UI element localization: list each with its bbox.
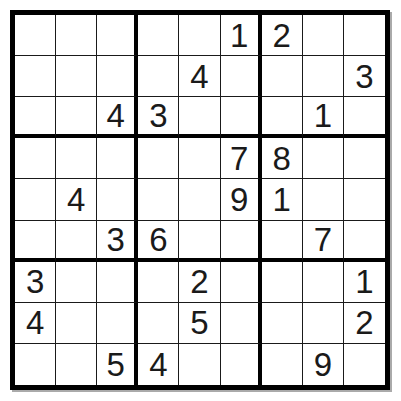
cell-r3c7[interactable]	[262, 97, 303, 138]
cell-r5c8[interactable]	[303, 179, 344, 220]
cell-r6c7[interactable]	[262, 221, 303, 262]
cell-r3c8[interactable]: 1	[303, 97, 344, 138]
cell-r6c5[interactable]	[179, 221, 220, 262]
cell-r9c5[interactable]	[179, 344, 220, 385]
given-digit: 1	[230, 19, 248, 52]
given-digit: 9	[230, 183, 248, 216]
cell-r7c1[interactable]: 3	[15, 262, 56, 303]
cell-r5c2[interactable]: 4	[56, 179, 97, 220]
given-digit: 8	[273, 142, 291, 175]
cell-r7c5[interactable]: 2	[179, 262, 220, 303]
cell-r8c9[interactable]: 2	[344, 303, 385, 344]
cell-r1c4[interactable]	[138, 15, 179, 56]
given-digit: 5	[190, 306, 208, 339]
given-digit: 1	[355, 265, 373, 298]
cell-r2c6[interactable]	[221, 56, 262, 97]
cell-r6c6[interactable]	[221, 221, 262, 262]
cell-r9c4[interactable]: 4	[138, 344, 179, 385]
cell-r9c3[interactable]: 5	[97, 344, 138, 385]
cell-r2c8[interactable]	[303, 56, 344, 97]
given-digit: 6	[149, 223, 167, 256]
cell-r8c4[interactable]	[138, 303, 179, 344]
cell-r3c6[interactable]	[221, 97, 262, 138]
cell-r2c2[interactable]	[56, 56, 97, 97]
cell-r7c2[interactable]	[56, 262, 97, 303]
cell-r1c7[interactable]: 2	[262, 15, 303, 56]
cell-r5c5[interactable]	[179, 179, 220, 220]
cell-r4c9[interactable]	[344, 138, 385, 179]
given-digit: 4	[26, 306, 44, 339]
cell-r6c2[interactable]	[56, 221, 97, 262]
cell-r7c3[interactable]	[97, 262, 138, 303]
cell-r9c7[interactable]	[262, 344, 303, 385]
cell-r5c6[interactable]: 9	[221, 179, 262, 220]
cell-r9c2[interactable]	[56, 344, 97, 385]
cell-r4c4[interactable]	[138, 138, 179, 179]
cell-r2c3[interactable]	[97, 56, 138, 97]
given-digit: 5	[107, 348, 125, 381]
cell-r4c3[interactable]	[97, 138, 138, 179]
cell-r2c4[interactable]	[138, 56, 179, 97]
cell-r1c3[interactable]	[97, 15, 138, 56]
cell-r4c6[interactable]: 7	[221, 138, 262, 179]
cell-r8c8[interactable]	[303, 303, 344, 344]
cell-r6c3[interactable]: 3	[97, 221, 138, 262]
given-digit: 9	[314, 348, 332, 381]
cell-r8c1[interactable]: 4	[15, 303, 56, 344]
cell-r3c2[interactable]	[56, 97, 97, 138]
cell-r1c8[interactable]	[303, 15, 344, 56]
given-digit: 2	[273, 19, 291, 52]
cell-r2c5[interactable]: 4	[179, 56, 220, 97]
cell-r8c7[interactable]	[262, 303, 303, 344]
given-digit: 7	[314, 223, 332, 256]
cell-r8c5[interactable]: 5	[179, 303, 220, 344]
cell-r5c9[interactable]	[344, 179, 385, 220]
given-digit: 1	[314, 99, 332, 132]
given-digit: 2	[355, 306, 373, 339]
cell-r5c7[interactable]: 1	[262, 179, 303, 220]
cell-r7c6[interactable]	[221, 262, 262, 303]
cell-r1c6[interactable]: 1	[221, 15, 262, 56]
given-digit: 4	[149, 348, 167, 381]
cell-r4c1[interactable]	[15, 138, 56, 179]
cell-r9c9[interactable]	[344, 344, 385, 385]
cell-r3c1[interactable]	[15, 97, 56, 138]
cell-r5c1[interactable]	[15, 179, 56, 220]
cell-r7c8[interactable]	[303, 262, 344, 303]
cell-r4c7[interactable]: 8	[262, 138, 303, 179]
cell-r7c9[interactable]: 1	[344, 262, 385, 303]
cell-r7c4[interactable]	[138, 262, 179, 303]
given-digit: 4	[67, 183, 85, 216]
given-digit: 2	[190, 265, 208, 298]
cell-r2c1[interactable]	[15, 56, 56, 97]
cell-r5c4[interactable]	[138, 179, 179, 220]
given-digit: 4	[190, 60, 208, 93]
given-digit: 1	[273, 183, 291, 216]
cell-r4c5[interactable]	[179, 138, 220, 179]
cell-r3c9[interactable]	[344, 97, 385, 138]
cell-r3c4[interactable]: 3	[138, 97, 179, 138]
cell-r1c2[interactable]	[56, 15, 97, 56]
cell-r6c9[interactable]	[344, 221, 385, 262]
cell-r9c8[interactable]: 9	[303, 344, 344, 385]
given-digit: 7	[230, 142, 248, 175]
cell-r8c2[interactable]	[56, 303, 97, 344]
cell-r9c6[interactable]	[221, 344, 262, 385]
sudoku-board: 124343178491367321452549	[10, 10, 390, 390]
cell-r3c3[interactable]: 4	[97, 97, 138, 138]
cell-r1c9[interactable]	[344, 15, 385, 56]
cell-r4c2[interactable]	[56, 138, 97, 179]
cell-r4c8[interactable]	[303, 138, 344, 179]
cell-r6c4[interactable]: 6	[138, 221, 179, 262]
cell-r6c1[interactable]	[15, 221, 56, 262]
cell-r9c1[interactable]	[15, 344, 56, 385]
cell-r6c8[interactable]: 7	[303, 221, 344, 262]
given-digit: 3	[107, 223, 125, 256]
given-digit: 3	[26, 265, 44, 298]
cell-r8c6[interactable]	[221, 303, 262, 344]
cell-r2c7[interactable]	[262, 56, 303, 97]
cell-r5c3[interactable]	[97, 179, 138, 220]
cell-r1c1[interactable]	[15, 15, 56, 56]
given-digit: 4	[107, 99, 125, 132]
cell-r2c9[interactable]: 3	[344, 56, 385, 97]
cell-r7c7[interactable]	[262, 262, 303, 303]
given-digit: 3	[149, 99, 167, 132]
given-digit: 3	[355, 60, 373, 93]
cell-r3c5[interactable]	[179, 97, 220, 138]
cell-r8c3[interactable]	[97, 303, 138, 344]
cell-r1c5[interactable]	[179, 15, 220, 56]
